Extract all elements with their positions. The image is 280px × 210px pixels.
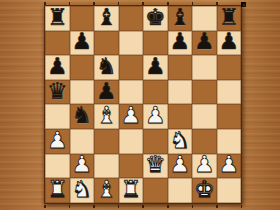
chess-app: ♜♝♚♝♜♟♟♟♟♟♞♟♛♟♞♝♟♟♟♞♟♛♟♟♟♜♞♝♜♚ xyxy=(0,0,280,210)
square-a1[interactable]: ♜ xyxy=(45,178,70,203)
square-h3[interactable] xyxy=(217,129,242,154)
white-knight[interactable]: ♞ xyxy=(169,129,190,152)
square-f1[interactable] xyxy=(168,178,193,203)
black-to-move-indicator xyxy=(241,2,246,7)
black-pawn[interactable]: ♟ xyxy=(47,55,68,78)
square-e8[interactable]: ♚ xyxy=(143,6,168,31)
square-h1[interactable] xyxy=(217,178,242,203)
square-a3[interactable]: ♟ xyxy=(45,129,70,154)
square-c3[interactable] xyxy=(94,129,119,154)
square-h6[interactable] xyxy=(217,55,242,80)
square-g7[interactable]: ♟ xyxy=(192,31,217,56)
square-d3[interactable] xyxy=(119,129,144,154)
black-king[interactable]: ♚ xyxy=(145,6,166,29)
square-d6[interactable] xyxy=(119,55,144,80)
black-pawn[interactable]: ♟ xyxy=(71,31,92,54)
square-c5[interactable]: ♟ xyxy=(94,80,119,105)
chess-board: ♜♝♚♝♜♟♟♟♟♟♞♟♛♟♞♝♟♟♟♞♟♛♟♟♟♜♞♝♜♚ xyxy=(44,5,242,204)
frame-tick-marks-bottom xyxy=(44,205,242,208)
square-d2[interactable] xyxy=(119,154,144,179)
square-b5[interactable] xyxy=(70,80,95,105)
square-e5[interactable] xyxy=(143,80,168,105)
white-pawn[interactable]: ♟ xyxy=(194,154,215,177)
square-c4[interactable]: ♝ xyxy=(94,104,119,129)
black-bishop[interactable]: ♝ xyxy=(96,6,117,29)
black-queen[interactable]: ♛ xyxy=(47,80,68,103)
black-pawn[interactable]: ♟ xyxy=(169,31,190,54)
square-g1[interactable]: ♚ xyxy=(192,178,217,203)
square-b4[interactable]: ♞ xyxy=(70,104,95,129)
square-e4[interactable]: ♟ xyxy=(143,104,168,129)
white-pawn[interactable]: ♟ xyxy=(169,154,190,177)
white-pawn[interactable]: ♟ xyxy=(218,154,239,177)
square-e7[interactable] xyxy=(143,31,168,56)
black-knight[interactable]: ♞ xyxy=(96,55,117,78)
square-f6[interactable] xyxy=(168,55,193,80)
square-d4[interactable]: ♟ xyxy=(119,104,144,129)
square-e3[interactable] xyxy=(143,129,168,154)
square-h5[interactable] xyxy=(217,80,242,105)
white-pawn[interactable]: ♟ xyxy=(71,154,92,177)
square-g4[interactable] xyxy=(192,104,217,129)
square-c2[interactable] xyxy=(94,154,119,179)
square-b8[interactable] xyxy=(70,6,95,31)
square-h8[interactable]: ♜ xyxy=(217,6,242,31)
square-a4[interactable] xyxy=(45,104,70,129)
square-g2[interactable]: ♟ xyxy=(192,154,217,179)
square-g3[interactable] xyxy=(192,129,217,154)
square-h4[interactable] xyxy=(217,104,242,129)
square-g5[interactable] xyxy=(192,80,217,105)
square-c7[interactable] xyxy=(94,31,119,56)
square-g8[interactable] xyxy=(192,6,217,31)
square-h7[interactable]: ♟ xyxy=(217,31,242,56)
white-rook[interactable]: ♜ xyxy=(47,178,68,201)
square-e1[interactable] xyxy=(143,178,168,203)
white-bishop[interactable]: ♝ xyxy=(96,178,117,201)
square-a8[interactable]: ♜ xyxy=(45,6,70,31)
square-a2[interactable] xyxy=(45,154,70,179)
square-f4[interactable] xyxy=(168,104,193,129)
square-b2[interactable]: ♟ xyxy=(70,154,95,179)
square-e6[interactable]: ♟ xyxy=(143,55,168,80)
square-c6[interactable]: ♞ xyxy=(94,55,119,80)
square-b7[interactable]: ♟ xyxy=(70,31,95,56)
square-c1[interactable]: ♝ xyxy=(94,178,119,203)
white-rook[interactable]: ♜ xyxy=(120,178,141,201)
square-b1[interactable]: ♞ xyxy=(70,178,95,203)
white-bishop[interactable]: ♝ xyxy=(96,104,117,127)
black-pawn[interactable]: ♟ xyxy=(96,80,117,103)
black-knight[interactable]: ♞ xyxy=(71,104,92,127)
white-pawn[interactable]: ♟ xyxy=(120,104,141,127)
square-f3[interactable]: ♞ xyxy=(168,129,193,154)
black-rook[interactable]: ♜ xyxy=(47,6,68,29)
square-d7[interactable] xyxy=(119,31,144,56)
square-d5[interactable] xyxy=(119,80,144,105)
square-b6[interactable] xyxy=(70,55,95,80)
square-f7[interactable]: ♟ xyxy=(168,31,193,56)
black-rook[interactable]: ♜ xyxy=(218,6,239,29)
square-a5[interactable]: ♛ xyxy=(45,80,70,105)
black-pawn[interactable]: ♟ xyxy=(145,55,166,78)
black-bishop[interactable]: ♝ xyxy=(169,6,190,29)
square-e2[interactable]: ♛ xyxy=(143,154,168,179)
square-d1[interactable]: ♜ xyxy=(119,178,144,203)
white-pawn[interactable]: ♟ xyxy=(47,129,68,152)
square-b3[interactable] xyxy=(70,129,95,154)
white-queen[interactable]: ♛ xyxy=(145,154,166,177)
square-f2[interactable]: ♟ xyxy=(168,154,193,179)
square-h2[interactable]: ♟ xyxy=(217,154,242,179)
white-king[interactable]: ♚ xyxy=(194,178,215,201)
square-c8[interactable]: ♝ xyxy=(94,6,119,31)
square-f5[interactable] xyxy=(168,80,193,105)
square-g6[interactable] xyxy=(192,55,217,80)
square-f8[interactable]: ♝ xyxy=(168,6,193,31)
square-a7[interactable] xyxy=(45,31,70,56)
black-pawn[interactable]: ♟ xyxy=(218,31,239,54)
square-a6[interactable]: ♟ xyxy=(45,55,70,80)
white-knight[interactable]: ♞ xyxy=(71,178,92,201)
white-pawn[interactable]: ♟ xyxy=(145,104,166,127)
square-d8[interactable] xyxy=(119,6,144,31)
black-pawn[interactable]: ♟ xyxy=(194,31,215,54)
